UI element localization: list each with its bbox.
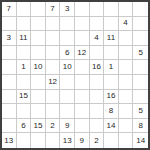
empty-cell[interactable] xyxy=(60,104,75,119)
clue-cell-r4c4[interactable]: 10 xyxy=(60,60,75,75)
clue-cell-r4c6[interactable]: 16 xyxy=(90,60,105,75)
empty-cell[interactable] xyxy=(2,119,17,134)
empty-cell[interactable] xyxy=(60,75,75,90)
empty-cell[interactable] xyxy=(75,31,90,46)
clue-cell-r3c5[interactable]: 12 xyxy=(75,46,90,61)
empty-cell[interactable] xyxy=(60,90,75,105)
puzzle-board: 7734311411612511010161121516856152914813… xyxy=(0,0,150,150)
empty-cell[interactable] xyxy=(31,75,46,90)
clue-cell-r2c0[interactable]: 3 xyxy=(2,31,17,46)
empty-cell[interactable] xyxy=(133,2,148,17)
empty-cell[interactable] xyxy=(133,31,148,46)
empty-cell[interactable] xyxy=(60,17,75,32)
empty-cell[interactable] xyxy=(46,60,61,75)
empty-cell[interactable] xyxy=(133,75,148,90)
empty-cell[interactable] xyxy=(104,133,119,148)
empty-cell[interactable] xyxy=(31,31,46,46)
clue-cell-r8c1[interactable]: 6 xyxy=(17,119,32,134)
empty-cell[interactable] xyxy=(31,90,46,105)
clue-cell-r4c7[interactable]: 1 xyxy=(104,60,119,75)
empty-cell[interactable] xyxy=(75,60,90,75)
empty-cell[interactable] xyxy=(17,75,32,90)
empty-cell[interactable] xyxy=(31,17,46,32)
clue-cell-r0c0[interactable]: 7 xyxy=(2,2,17,17)
empty-cell[interactable] xyxy=(31,46,46,61)
clue-cell-r6c1[interactable]: 15 xyxy=(17,90,32,105)
empty-cell[interactable] xyxy=(31,2,46,17)
empty-cell[interactable] xyxy=(17,2,32,17)
empty-cell[interactable] xyxy=(119,75,134,90)
empty-cell[interactable] xyxy=(90,104,105,119)
empty-cell[interactable] xyxy=(17,133,32,148)
clue-cell-r8c2[interactable]: 15 xyxy=(31,119,46,134)
empty-cell[interactable] xyxy=(46,133,61,148)
empty-cell[interactable] xyxy=(90,119,105,134)
clue-cell-r7c7[interactable]: 8 xyxy=(104,104,119,119)
empty-cell[interactable] xyxy=(17,104,32,119)
empty-cell[interactable] xyxy=(119,31,134,46)
empty-cell[interactable] xyxy=(119,133,134,148)
empty-cell[interactable] xyxy=(75,104,90,119)
empty-cell[interactable] xyxy=(119,119,134,134)
clue-cell-r0c4[interactable]: 3 xyxy=(60,2,75,17)
clue-cell-r4c1[interactable]: 1 xyxy=(17,60,32,75)
empty-cell[interactable] xyxy=(17,46,32,61)
clue-cell-r3c4[interactable]: 6 xyxy=(60,46,75,61)
empty-cell[interactable] xyxy=(31,133,46,148)
empty-cell[interactable] xyxy=(90,2,105,17)
empty-cell[interactable] xyxy=(46,104,61,119)
clue-cell-r3c9[interactable]: 5 xyxy=(133,46,148,61)
clue-cell-r8c3[interactable]: 2 xyxy=(46,119,61,134)
empty-cell[interactable] xyxy=(75,17,90,32)
clue-cell-r6c7[interactable]: 16 xyxy=(104,90,119,105)
clue-cell-r9c0[interactable]: 13 xyxy=(2,133,17,148)
clue-cell-r5c3[interactable]: 12 xyxy=(46,75,61,90)
clue-cell-r9c5[interactable]: 9 xyxy=(75,133,90,148)
empty-cell[interactable] xyxy=(90,46,105,61)
empty-cell[interactable] xyxy=(90,75,105,90)
clue-cell-r4c2[interactable]: 10 xyxy=(31,60,46,75)
empty-cell[interactable] xyxy=(119,60,134,75)
empty-cell[interactable] xyxy=(75,119,90,134)
clue-cell-r2c7[interactable]: 11 xyxy=(104,31,119,46)
empty-cell[interactable] xyxy=(2,104,17,119)
empty-cell[interactable] xyxy=(90,90,105,105)
empty-cell[interactable] xyxy=(46,46,61,61)
empty-cell[interactable] xyxy=(75,2,90,17)
empty-cell[interactable] xyxy=(31,104,46,119)
clue-cell-r8c9[interactable]: 8 xyxy=(133,119,148,134)
empty-cell[interactable] xyxy=(104,75,119,90)
clue-cell-r9c4[interactable]: 13 xyxy=(60,133,75,148)
clue-cell-r2c6[interactable]: 4 xyxy=(90,31,105,46)
clue-cell-r2c1[interactable]: 11 xyxy=(17,31,32,46)
clue-cell-r9c9[interactable]: 14 xyxy=(133,133,148,148)
empty-cell[interactable] xyxy=(119,90,134,105)
empty-cell[interactable] xyxy=(2,46,17,61)
empty-cell[interactable] xyxy=(60,31,75,46)
clue-cell-r7c9[interactable]: 5 xyxy=(133,104,148,119)
empty-cell[interactable] xyxy=(104,46,119,61)
empty-cell[interactable] xyxy=(75,75,90,90)
empty-cell[interactable] xyxy=(119,2,134,17)
empty-cell[interactable] xyxy=(119,104,134,119)
empty-cell[interactable] xyxy=(2,75,17,90)
empty-cell[interactable] xyxy=(104,2,119,17)
empty-cell[interactable] xyxy=(2,17,17,32)
empty-cell[interactable] xyxy=(46,31,61,46)
empty-cell[interactable] xyxy=(90,17,105,32)
empty-cell[interactable] xyxy=(17,17,32,32)
empty-cell[interactable] xyxy=(133,17,148,32)
empty-cell[interactable] xyxy=(133,90,148,105)
clue-cell-r8c7[interactable]: 14 xyxy=(104,119,119,134)
clue-cell-r8c4[interactable]: 9 xyxy=(60,119,75,134)
empty-cell[interactable] xyxy=(46,17,61,32)
empty-cell[interactable] xyxy=(75,90,90,105)
clue-cell-r1c8[interactable]: 4 xyxy=(119,17,134,32)
empty-cell[interactable] xyxy=(2,60,17,75)
empty-cell[interactable] xyxy=(2,90,17,105)
empty-cell[interactable] xyxy=(119,46,134,61)
clue-cell-r0c3[interactable]: 7 xyxy=(46,2,61,17)
empty-cell[interactable] xyxy=(104,17,119,32)
empty-cell[interactable] xyxy=(46,90,61,105)
empty-cell[interactable] xyxy=(133,60,148,75)
clue-cell-r9c6[interactable]: 2 xyxy=(90,133,105,148)
